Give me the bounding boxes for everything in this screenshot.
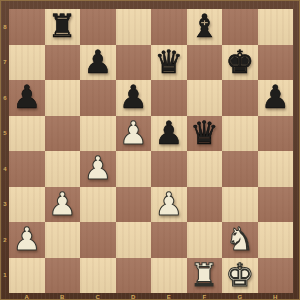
rank-label-6: 6 xyxy=(1,80,9,116)
square-h6[interactable]: ♟ xyxy=(258,80,294,116)
square-d4[interactable] xyxy=(116,151,152,187)
rank-label-1: 1 xyxy=(1,258,9,294)
square-b7[interactable] xyxy=(45,45,81,81)
piece-black-pawn[interactable]: ♟ xyxy=(83,45,112,81)
piece-white-pawn[interactable]: ♟ xyxy=(119,116,148,152)
square-e8[interactable] xyxy=(151,9,187,45)
square-h8[interactable] xyxy=(258,9,294,45)
rank-label-5: 5 xyxy=(1,116,9,152)
square-e3[interactable]: ♟ xyxy=(151,187,187,223)
square-e6[interactable] xyxy=(151,80,187,116)
square-d3[interactable] xyxy=(116,187,152,223)
piece-black-queen[interactable]: ♛ xyxy=(190,116,219,152)
square-a1[interactable] xyxy=(9,258,45,294)
rank-labels: 87654321 xyxy=(1,9,9,293)
piece-white-pawn[interactable]: ♟ xyxy=(12,222,41,258)
square-h7[interactable] xyxy=(258,45,294,81)
square-g8[interactable] xyxy=(222,9,258,45)
square-g2[interactable]: ♞ xyxy=(222,222,258,258)
square-d7[interactable] xyxy=(116,45,152,81)
piece-white-rook[interactable]: ♜ xyxy=(190,258,219,294)
square-h5[interactable] xyxy=(258,116,294,152)
file-label-e: E xyxy=(151,292,187,300)
square-b5[interactable] xyxy=(45,116,81,152)
square-f3[interactable] xyxy=(187,187,223,223)
chess-board: ♜♝♟♛♚♟♟♟♟♟♛♟♟♟♟♞♜♚ xyxy=(9,9,293,293)
file-label-a: A xyxy=(9,292,45,300)
piece-white-pawn[interactable]: ♟ xyxy=(83,151,112,187)
square-e1[interactable] xyxy=(151,258,187,294)
piece-black-king[interactable]: ♚ xyxy=(225,45,254,81)
square-f5[interactable]: ♛ xyxy=(187,116,223,152)
square-h3[interactable] xyxy=(258,187,294,223)
square-e2[interactable] xyxy=(151,222,187,258)
square-e5[interactable]: ♟ xyxy=(151,116,187,152)
square-f1[interactable]: ♜ xyxy=(187,258,223,294)
square-b3[interactable]: ♟ xyxy=(45,187,81,223)
square-b6[interactable] xyxy=(45,80,81,116)
square-h2[interactable] xyxy=(258,222,294,258)
piece-white-pawn[interactable]: ♟ xyxy=(154,187,183,223)
square-g4[interactable] xyxy=(222,151,258,187)
square-d5[interactable]: ♟ xyxy=(116,116,152,152)
square-a3[interactable] xyxy=(9,187,45,223)
rank-label-7: 7 xyxy=(1,45,9,81)
square-f2[interactable] xyxy=(187,222,223,258)
square-g6[interactable] xyxy=(222,80,258,116)
square-d6[interactable]: ♟ xyxy=(116,80,152,116)
square-f7[interactable] xyxy=(187,45,223,81)
file-label-c: C xyxy=(80,292,116,300)
square-c3[interactable] xyxy=(80,187,116,223)
square-b8[interactable]: ♜ xyxy=(45,9,81,45)
rank-label-3: 3 xyxy=(1,187,9,223)
square-h4[interactable] xyxy=(258,151,294,187)
square-a7[interactable] xyxy=(9,45,45,81)
square-e4[interactable] xyxy=(151,151,187,187)
chess-board-frame: ♜♝♟♛♚♟♟♟♟♟♛♟♟♟♟♞♜♚ 87654321 ABCDEFGH xyxy=(0,0,300,300)
file-label-h: H xyxy=(258,292,294,300)
square-g1[interactable]: ♚ xyxy=(222,258,258,294)
square-c4[interactable]: ♟ xyxy=(80,151,116,187)
piece-black-rook[interactable]: ♜ xyxy=(48,9,77,45)
square-b1[interactable] xyxy=(45,258,81,294)
piece-black-bishop[interactable]: ♝ xyxy=(190,9,219,45)
square-h1[interactable] xyxy=(258,258,294,294)
square-f8[interactable]: ♝ xyxy=(187,9,223,45)
piece-black-queen[interactable]: ♛ xyxy=(154,45,183,81)
square-c2[interactable] xyxy=(80,222,116,258)
square-f6[interactable] xyxy=(187,80,223,116)
square-c7[interactable]: ♟ xyxy=(80,45,116,81)
rank-label-4: 4 xyxy=(1,151,9,187)
square-b2[interactable] xyxy=(45,222,81,258)
square-c5[interactable] xyxy=(80,116,116,152)
file-label-f: F xyxy=(187,292,223,300)
square-a4[interactable] xyxy=(9,151,45,187)
square-e7[interactable]: ♛ xyxy=(151,45,187,81)
square-f4[interactable] xyxy=(187,151,223,187)
piece-white-pawn[interactable]: ♟ xyxy=(48,187,77,223)
file-label-g: G xyxy=(222,292,258,300)
piece-white-knight[interactable]: ♞ xyxy=(225,222,254,258)
piece-white-king[interactable]: ♚ xyxy=(225,258,254,294)
square-c1[interactable] xyxy=(80,258,116,294)
square-a6[interactable]: ♟ xyxy=(9,80,45,116)
piece-black-pawn[interactable]: ♟ xyxy=(154,116,183,152)
square-b4[interactable] xyxy=(45,151,81,187)
square-a2[interactable]: ♟ xyxy=(9,222,45,258)
file-label-b: B xyxy=(45,292,81,300)
rank-label-2: 2 xyxy=(1,222,9,258)
square-a8[interactable] xyxy=(9,9,45,45)
square-c6[interactable] xyxy=(80,80,116,116)
square-a5[interactable] xyxy=(9,116,45,152)
square-d8[interactable] xyxy=(116,9,152,45)
file-label-d: D xyxy=(116,292,152,300)
square-g5[interactable] xyxy=(222,116,258,152)
piece-black-pawn[interactable]: ♟ xyxy=(12,80,41,116)
piece-black-pawn[interactable]: ♟ xyxy=(261,80,290,116)
piece-black-pawn[interactable]: ♟ xyxy=(119,80,148,116)
square-d1[interactable] xyxy=(116,258,152,294)
rank-label-8: 8 xyxy=(1,9,9,45)
square-g7[interactable]: ♚ xyxy=(222,45,258,81)
square-g3[interactable] xyxy=(222,187,258,223)
square-d2[interactable] xyxy=(116,222,152,258)
square-c8[interactable] xyxy=(80,9,116,45)
file-labels: ABCDEFGH xyxy=(9,292,293,300)
